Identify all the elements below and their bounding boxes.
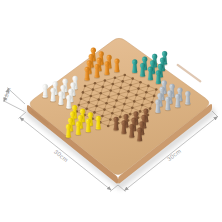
hole[interactable] [139, 110, 142, 113]
hole[interactable] [123, 103, 126, 106]
hole[interactable] [93, 111, 96, 114]
hole[interactable] [143, 97, 146, 100]
hole[interactable] [139, 81, 142, 84]
hole[interactable] [100, 92, 103, 95]
hole[interactable] [119, 87, 122, 90]
hole[interactable] [85, 108, 88, 111]
hole[interactable] [80, 98, 83, 101]
hole[interactable] [153, 95, 156, 98]
hole[interactable] [107, 96, 110, 99]
product-photo: 30cm 30cm 1.5cm [0, 0, 222, 222]
hole[interactable] [115, 99, 118, 102]
hole[interactable] [104, 79, 107, 82]
hole[interactable] [112, 83, 115, 86]
hole[interactable] [129, 113, 132, 116]
hole[interactable] [82, 91, 85, 94]
hole[interactable] [127, 90, 130, 93]
hole[interactable] [90, 95, 93, 98]
hole[interactable] [133, 100, 136, 103]
hole[interactable] [103, 108, 106, 111]
hole[interactable] [102, 86, 105, 89]
hole[interactable] [109, 89, 112, 92]
hole[interactable] [105, 102, 108, 105]
hole[interactable] [107, 125, 110, 128]
hole[interactable] [121, 80, 124, 83]
hole[interactable] [124, 74, 127, 77]
hole[interactable] [101, 115, 104, 118]
hole[interactable] [147, 85, 150, 88]
hole[interactable] [149, 107, 152, 110]
hole[interactable] [78, 104, 81, 107]
hole[interactable] [97, 98, 100, 101]
hole[interactable] [84, 85, 87, 88]
hole[interactable] [145, 91, 148, 94]
hole[interactable] [131, 77, 134, 80]
hole[interactable] [111, 112, 114, 115]
hole[interactable] [119, 116, 122, 119]
chinese-checkers-board [0, 0, 222, 222]
hole[interactable] [92, 88, 95, 91]
hole[interactable] [114, 77, 117, 80]
hole[interactable] [137, 87, 140, 90]
hole[interactable] [131, 107, 134, 110]
hole[interactable] [141, 104, 144, 107]
hole[interactable] [155, 88, 158, 91]
hole[interactable] [95, 105, 98, 108]
hole[interactable] [151, 101, 154, 104]
hole[interactable] [87, 101, 90, 104]
hole[interactable] [117, 93, 120, 96]
hole[interactable] [121, 109, 124, 112]
hole[interactable] [113, 106, 116, 109]
hole[interactable] [135, 94, 138, 97]
hole[interactable] [94, 82, 97, 85]
hole[interactable] [125, 97, 128, 100]
hole[interactable] [129, 84, 132, 87]
hole[interactable] [109, 118, 112, 121]
